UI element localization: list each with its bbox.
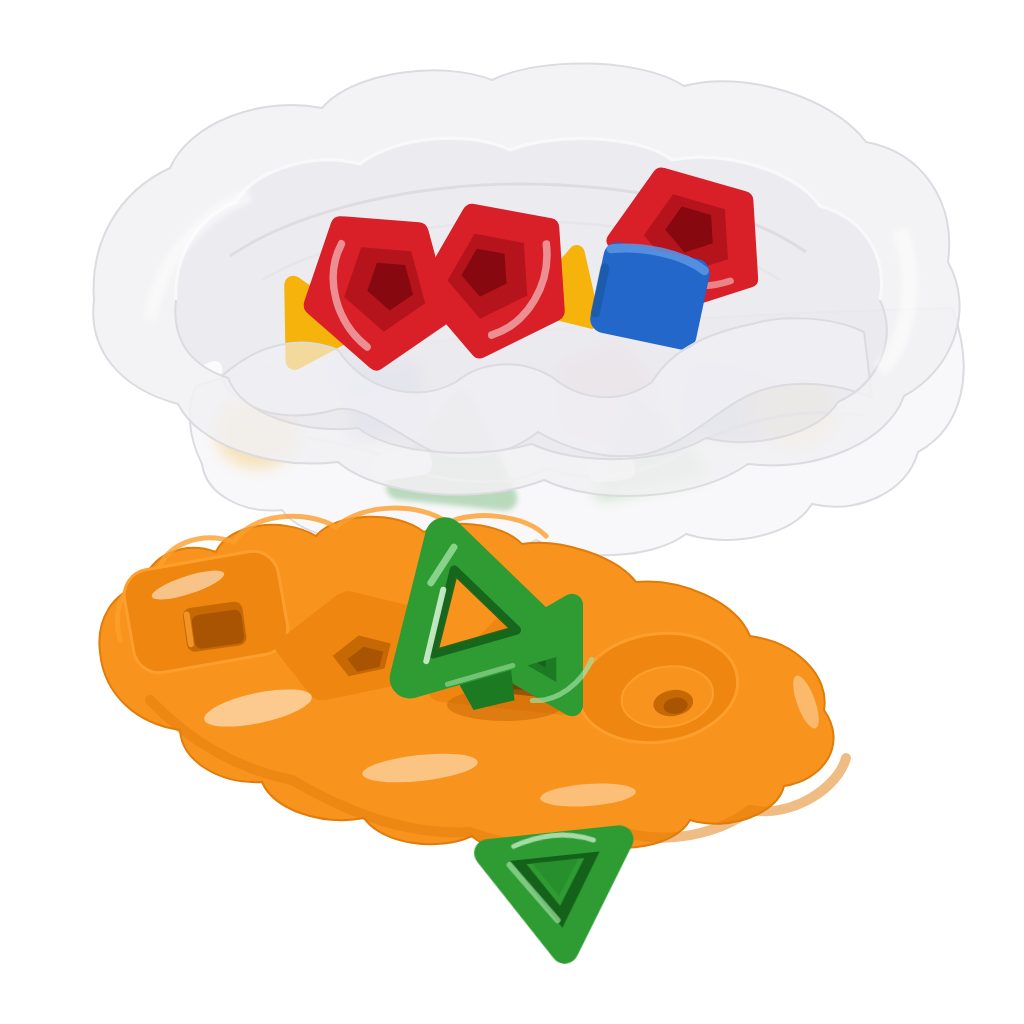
product-photo <box>0 0 1024 1024</box>
square-hole <box>182 601 248 653</box>
storage-tub <box>93 63 963 555</box>
